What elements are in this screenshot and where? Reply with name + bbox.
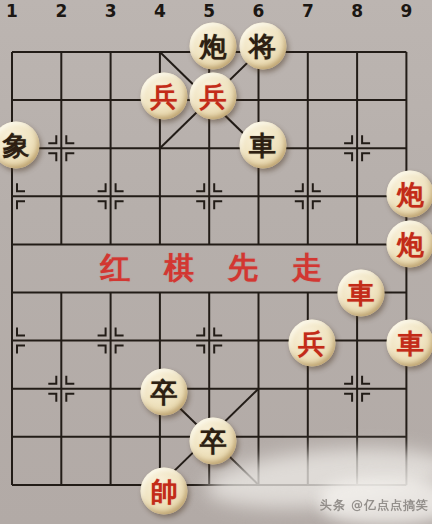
piece-black-soldier[interactable]: 卒 bbox=[190, 418, 237, 465]
piece-red-cannon[interactable]: 炮 bbox=[387, 220, 432, 267]
watermark: 头条 @亿点点搞笑 bbox=[320, 497, 429, 514]
piece-character: 象 bbox=[3, 131, 30, 158]
piece-character: 車 bbox=[397, 329, 424, 356]
piece-black-soldier[interactable]: 卒 bbox=[140, 368, 187, 415]
piece-character: 兵 bbox=[200, 82, 227, 109]
piece-character: 将 bbox=[249, 33, 276, 60]
column-label: 9 bbox=[400, 1, 412, 21]
piece-black-cannon[interactable]: 炮 bbox=[190, 23, 237, 70]
piece-character: 帥 bbox=[150, 477, 177, 504]
column-label: 4 bbox=[154, 1, 166, 21]
piece-character: 卒 bbox=[150, 378, 177, 405]
piece-character: 炮 bbox=[397, 181, 424, 208]
column-label: 3 bbox=[105, 1, 117, 21]
piece-red-soldier[interactable]: 兵 bbox=[140, 72, 187, 119]
piece-character: 卒 bbox=[200, 428, 227, 455]
piece-character: 車 bbox=[249, 131, 276, 158]
column-label: 6 bbox=[253, 1, 265, 21]
piece-red-soldier[interactable]: 兵 bbox=[190, 72, 237, 119]
piece-character: 炮 bbox=[397, 230, 424, 257]
piece-red-general[interactable]: 帥 bbox=[140, 467, 187, 514]
piece-red-cannon[interactable]: 炮 bbox=[387, 171, 432, 218]
column-label: 1 bbox=[6, 1, 18, 21]
column-label: 2 bbox=[55, 1, 67, 21]
piece-character: 車 bbox=[348, 280, 375, 307]
piece-character: 兵 bbox=[150, 82, 177, 109]
river-char: 先 bbox=[228, 248, 258, 289]
xiangqi-puzzle-screenshot: 123456789 红棋先走 炮将兵兵象車炮炮車兵車卒卒帥 头条 @亿点点搞笑 bbox=[0, 0, 432, 524]
piece-red-chariot[interactable]: 車 bbox=[387, 319, 432, 366]
piece-black-chariot[interactable]: 車 bbox=[239, 121, 286, 168]
river-char: 走 bbox=[292, 248, 322, 289]
piece-character: 兵 bbox=[298, 329, 325, 356]
river-char: 红 bbox=[100, 248, 130, 289]
piece-character: 炮 bbox=[200, 33, 227, 60]
column-label: 7 bbox=[302, 1, 314, 21]
column-label: 8 bbox=[351, 1, 363, 21]
piece-black-general[interactable]: 将 bbox=[239, 23, 286, 70]
piece-red-soldier[interactable]: 兵 bbox=[288, 319, 335, 366]
river-char: 棋 bbox=[164, 248, 194, 289]
column-label: 5 bbox=[203, 1, 215, 21]
piece-red-chariot[interactable]: 車 bbox=[338, 270, 385, 317]
